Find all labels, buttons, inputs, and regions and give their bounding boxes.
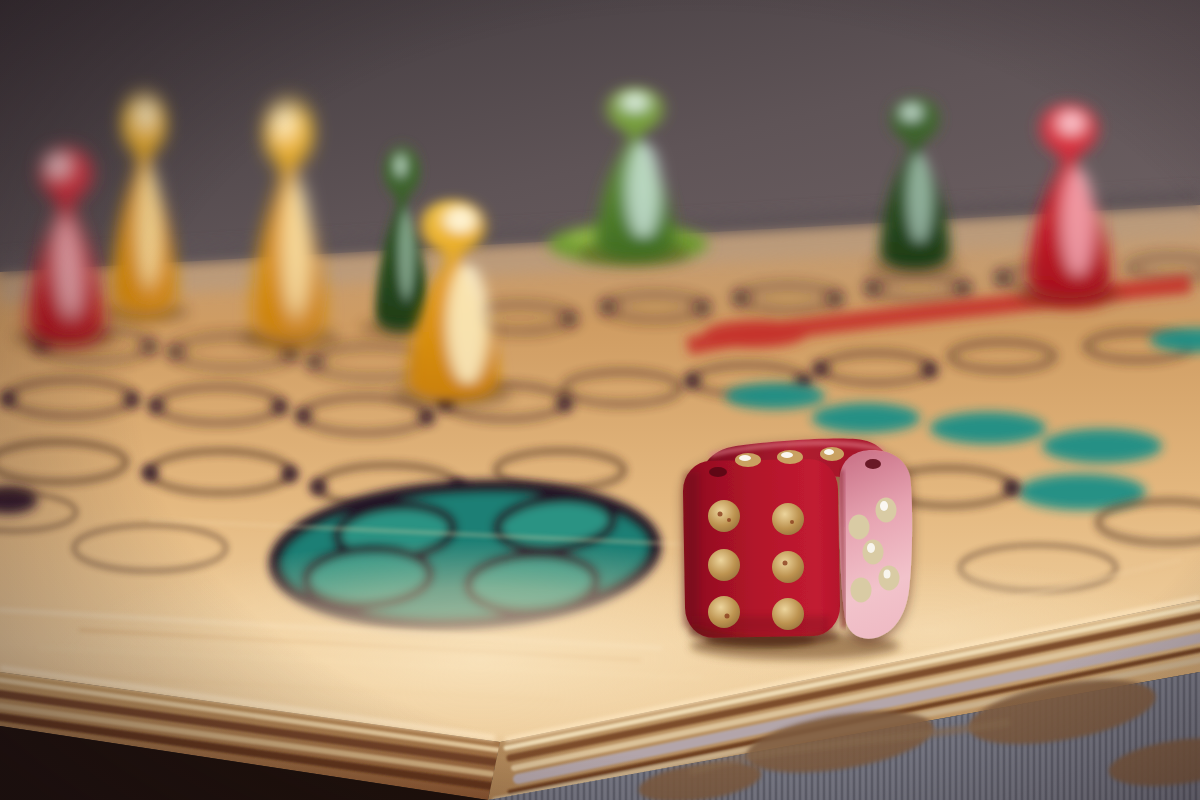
ludo-photo-scene: [0, 0, 1200, 800]
vignette-overlay: [0, 0, 1200, 800]
board-photo: [0, 0, 1200, 800]
